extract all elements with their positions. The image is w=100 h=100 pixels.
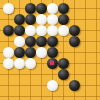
white-stone[interactable] xyxy=(3,58,14,69)
black-stone[interactable] xyxy=(58,14,69,25)
white-stone[interactable] xyxy=(47,3,58,14)
black-stone[interactable] xyxy=(25,36,36,47)
black-stone[interactable] xyxy=(25,47,36,58)
grid-line-vertical xyxy=(96,0,97,100)
black-stone[interactable] xyxy=(14,25,25,36)
black-stone[interactable] xyxy=(25,3,36,14)
black-stone[interactable] xyxy=(47,47,58,58)
white-stone[interactable] xyxy=(14,58,25,69)
black-stone[interactable] xyxy=(69,36,80,47)
black-stone[interactable] xyxy=(58,58,69,69)
last-move-marker xyxy=(50,61,54,65)
white-stone[interactable] xyxy=(3,47,14,58)
black-stone[interactable] xyxy=(58,69,69,80)
black-stone[interactable] xyxy=(58,3,69,14)
go-board[interactable] xyxy=(0,0,100,100)
grid-line-horizontal xyxy=(0,96,100,97)
white-stone[interactable] xyxy=(25,25,36,36)
black-stone[interactable] xyxy=(25,14,36,25)
black-stone[interactable] xyxy=(69,25,80,36)
white-stone[interactable] xyxy=(47,80,58,91)
black-stone[interactable] xyxy=(3,25,14,36)
white-stone[interactable] xyxy=(47,25,58,36)
white-stone[interactable] xyxy=(36,25,47,36)
white-stone[interactable] xyxy=(36,14,47,25)
white-stone[interactable] xyxy=(47,14,58,25)
white-stone[interactable] xyxy=(14,36,25,47)
white-stone[interactable] xyxy=(58,25,69,36)
black-stone[interactable] xyxy=(47,36,58,47)
black-stone[interactable] xyxy=(69,80,80,91)
white-stone[interactable] xyxy=(25,58,36,69)
black-stone[interactable] xyxy=(14,14,25,25)
black-stone[interactable] xyxy=(36,36,47,47)
white-stone[interactable] xyxy=(36,47,47,58)
black-stone[interactable] xyxy=(47,58,58,69)
black-stone[interactable] xyxy=(14,47,25,58)
white-stone[interactable] xyxy=(3,3,14,14)
black-stone[interactable] xyxy=(36,3,47,14)
